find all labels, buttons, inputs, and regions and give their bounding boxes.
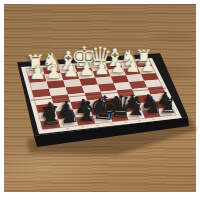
chess-pieces-layer: ♜♞♝♚♛♝♞♜♟♟♟♟♟♟♟♟♟♟♟♟♟♟♟♟♜♞♝♚♛♝♞♜ (0, 0, 200, 200)
piece-black-b-c8: ♝ (124, 94, 148, 120)
piece-white-p-e2: ♟ (78, 60, 95, 79)
piece-white-p-g2: ♟ (46, 62, 63, 81)
piece-white-p-c2: ♟ (110, 58, 126, 76)
product-photo: ♜♞♝♚♛♝♞♜♟♟♟♟♟♟♟♟♟♟♟♟♟♟♟♟♜♞♝♚♛♝♞♜ (0, 0, 200, 200)
piece-white-p-d2: ♟ (94, 59, 111, 77)
piece-white-p-b2: ♟ (125, 58, 141, 75)
piece-white-p-f2: ♟ (62, 61, 79, 80)
piece-white-p-h2: ♟ (29, 63, 46, 82)
piece-black-b-f8: ♝ (74, 97, 101, 127)
piece-black-r-a8: ♜ (157, 94, 177, 116)
piece-white-p-a2: ♟ (140, 57, 155, 74)
